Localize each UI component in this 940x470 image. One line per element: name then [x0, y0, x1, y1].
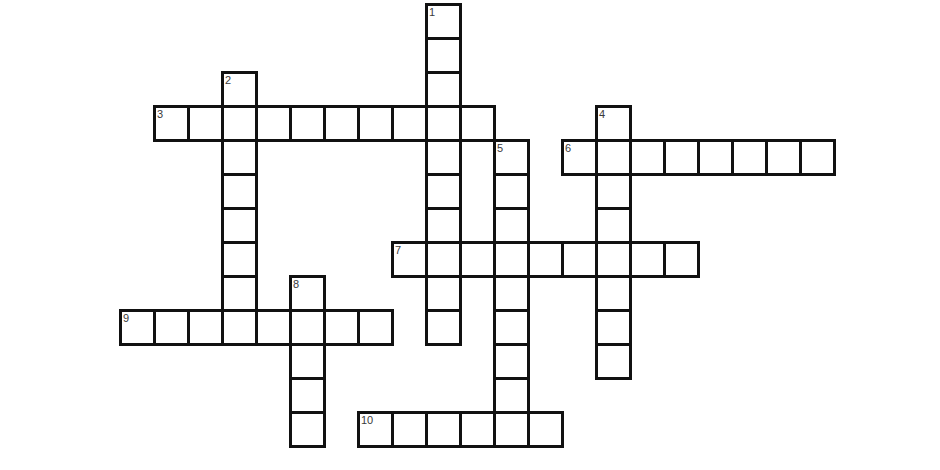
cell[interactable]	[595, 343, 632, 380]
cell[interactable]	[595, 241, 632, 278]
cell[interactable]	[595, 173, 632, 210]
cell[interactable]	[221, 207, 258, 244]
clue-number: 3	[157, 108, 163, 120]
cell[interactable]	[425, 139, 462, 176]
cell[interactable]	[221, 139, 258, 176]
cell[interactable]	[289, 309, 326, 346]
cell[interactable]: 7	[391, 241, 428, 278]
cell[interactable]: 4	[595, 105, 632, 142]
cell[interactable]	[357, 309, 394, 346]
cell[interactable]	[493, 309, 530, 346]
cell[interactable]: 2	[221, 71, 258, 108]
cell[interactable]	[527, 411, 564, 448]
cell[interactable]	[629, 139, 666, 176]
cell[interactable]	[731, 139, 768, 176]
clue-number: 6	[565, 142, 571, 154]
cell[interactable]	[425, 309, 462, 346]
cell[interactable]	[289, 377, 326, 414]
cell[interactable]	[391, 105, 428, 142]
clue-number: 9	[123, 312, 129, 324]
cell[interactable]	[493, 241, 530, 278]
cell[interactable]	[595, 275, 632, 312]
cell[interactable]	[425, 275, 462, 312]
cell[interactable]	[187, 309, 224, 346]
cell[interactable]	[391, 411, 428, 448]
cell[interactable]	[425, 105, 462, 142]
cell[interactable]	[493, 377, 530, 414]
crossword-grid: 12345678910	[119, 3, 833, 445]
clue-number: 2	[225, 74, 231, 86]
cell[interactable]: 9	[119, 309, 156, 346]
cell[interactable]	[493, 207, 530, 244]
cell[interactable]	[221, 105, 258, 142]
cell[interactable]	[493, 411, 530, 448]
cell[interactable]: 8	[289, 275, 326, 312]
cell[interactable]	[595, 207, 632, 244]
clue-number: 1	[429, 6, 435, 18]
cell[interactable]	[323, 105, 360, 142]
cell[interactable]	[357, 105, 394, 142]
cell[interactable]	[289, 411, 326, 448]
cell[interactable]	[561, 241, 598, 278]
clue-number: 5	[497, 142, 503, 154]
cell[interactable]	[765, 139, 802, 176]
cell[interactable]: 5	[493, 139, 530, 176]
cell[interactable]: 6	[561, 139, 598, 176]
clue-number: 7	[395, 244, 401, 256]
cell[interactable]	[425, 173, 462, 210]
cell[interactable]	[425, 411, 462, 448]
cell[interactable]	[697, 139, 734, 176]
clue-number: 4	[599, 108, 605, 120]
cell[interactable]	[187, 105, 224, 142]
cell[interactable]	[663, 241, 700, 278]
cell[interactable]	[255, 105, 292, 142]
cell[interactable]	[153, 309, 190, 346]
cell[interactable]	[289, 105, 326, 142]
cell[interactable]	[289, 343, 326, 380]
cell[interactable]	[425, 241, 462, 278]
cell[interactable]	[459, 411, 496, 448]
cell[interactable]	[595, 139, 632, 176]
clue-number: 8	[293, 278, 299, 290]
cell[interactable]: 10	[357, 411, 394, 448]
cell[interactable]	[527, 241, 564, 278]
cell[interactable]	[459, 241, 496, 278]
cell[interactable]	[255, 309, 292, 346]
cell[interactable]	[221, 241, 258, 278]
cell[interactable]: 1	[425, 3, 462, 40]
cell[interactable]	[629, 241, 666, 278]
cell[interactable]	[493, 173, 530, 210]
cell[interactable]	[799, 139, 836, 176]
cell[interactable]	[323, 309, 360, 346]
cell[interactable]	[425, 71, 462, 108]
cell[interactable]	[663, 139, 700, 176]
cell[interactable]	[221, 309, 258, 346]
cell[interactable]	[459, 105, 496, 142]
cell[interactable]	[221, 275, 258, 312]
cell[interactable]	[493, 343, 530, 380]
cell[interactable]	[425, 37, 462, 74]
clue-number: 10	[361, 414, 373, 426]
cell[interactable]: 3	[153, 105, 190, 142]
cell[interactable]	[425, 207, 462, 244]
cell[interactable]	[595, 309, 632, 346]
cell[interactable]	[493, 275, 530, 312]
cell[interactable]	[221, 173, 258, 210]
